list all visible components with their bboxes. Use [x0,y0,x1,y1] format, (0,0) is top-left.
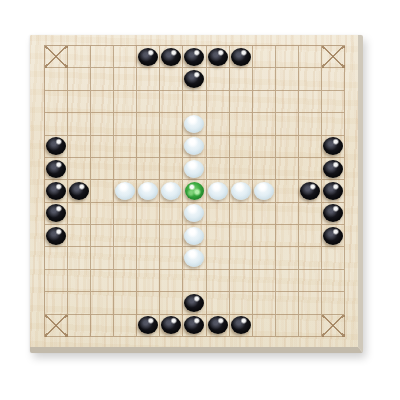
cell-l6[interactable] [299,158,322,180]
cell-b9[interactable] [68,225,91,247]
cell-h13[interactable] [207,315,230,337]
cell-f7[interactable] [160,180,183,202]
cell-a5[interactable] [45,136,68,158]
cell-l9[interactable] [299,225,322,247]
cell-b4[interactable] [68,113,91,135]
cell-a7[interactable] [45,180,68,202]
cell-f12[interactable] [160,292,183,314]
cell-k8[interactable] [276,203,299,225]
cell-j10[interactable] [253,247,276,269]
attacker-stone-black[interactable] [46,137,66,155]
cell-a12[interactable] [45,292,68,314]
cell-c2[interactable] [91,68,114,90]
cell-k11[interactable] [276,270,299,292]
attacker-stone-black[interactable] [208,316,228,334]
cell-e7[interactable] [137,180,160,202]
cell-d1[interactable] [114,46,137,68]
cell-a10[interactable] [45,247,68,269]
cell-c3[interactable] [91,91,114,113]
cell-m8[interactable] [322,203,345,225]
cell-b12[interactable] [68,292,91,314]
cell-j11[interactable] [253,270,276,292]
cell-k13[interactable] [276,315,299,337]
cell-b2[interactable] [68,68,91,90]
cell-d12[interactable] [114,292,137,314]
cell-a11[interactable] [45,270,68,292]
cell-m3[interactable] [322,91,345,113]
cell-d13[interactable] [114,315,137,337]
cell-e12[interactable] [137,292,160,314]
cell-i12[interactable] [230,292,253,314]
cell-h5[interactable] [207,136,230,158]
cell-j13[interactable] [253,315,276,337]
cell-d8[interactable] [114,203,137,225]
attacker-stone-black[interactable] [323,227,343,245]
defender-stone-white[interactable] [161,182,181,200]
defender-stone-white[interactable] [184,137,204,155]
cell-i11[interactable] [230,270,253,292]
cell-m12[interactable] [322,292,345,314]
cell-m2[interactable] [322,68,345,90]
cell-d11[interactable] [114,270,137,292]
cell-c5[interactable] [91,136,114,158]
cell-h8[interactable] [207,203,230,225]
cell-k2[interactable] [276,68,299,90]
defender-stone-white[interactable] [115,182,135,200]
cell-h9[interactable] [207,225,230,247]
defender-stone-white[interactable] [138,182,158,200]
cell-k6[interactable] [276,158,299,180]
cell-b3[interactable] [68,91,91,113]
attacker-stone-black[interactable] [323,160,343,178]
cell-b10[interactable] [68,247,91,269]
cell-l8[interactable] [299,203,322,225]
cell-e10[interactable] [137,247,160,269]
cell-h12[interactable] [207,292,230,314]
cell-f10[interactable] [160,247,183,269]
cell-i10[interactable] [230,247,253,269]
cell-g5[interactable] [183,136,206,158]
defender-stone-white[interactable] [184,249,204,267]
cell-i2[interactable] [230,68,253,90]
cell-l11[interactable] [299,270,322,292]
cell-a2[interactable] [45,68,68,90]
cell-m10[interactable] [322,247,345,269]
cell-f11[interactable] [160,270,183,292]
cell-e2[interactable] [137,68,160,90]
cell-j3[interactable] [253,91,276,113]
cell-k4[interactable] [276,113,299,135]
attacker-stone-black[interactable] [208,48,228,66]
attacker-stone-black[interactable] [46,160,66,178]
cell-j7[interactable] [253,180,276,202]
cell-j6[interactable] [253,158,276,180]
defender-stone-white[interactable] [254,182,274,200]
attacker-stone-black[interactable] [184,294,204,312]
cell-e13[interactable] [137,315,160,337]
corner-cell-m13[interactable] [322,315,345,337]
cell-d4[interactable] [114,113,137,135]
cell-i5[interactable] [230,136,253,158]
cell-i3[interactable] [230,91,253,113]
defender-stone-white[interactable] [184,227,204,245]
defender-stone-white[interactable] [184,160,204,178]
cell-j2[interactable] [253,68,276,90]
cell-e9[interactable] [137,225,160,247]
cell-d3[interactable] [114,91,137,113]
cell-k12[interactable] [276,292,299,314]
cell-i8[interactable] [230,203,253,225]
cell-h11[interactable] [207,270,230,292]
cell-g4[interactable] [183,113,206,135]
cell-c12[interactable] [91,292,114,314]
cell-e3[interactable] [137,91,160,113]
cell-l4[interactable] [299,113,322,135]
cell-d9[interactable] [114,225,137,247]
cell-b1[interactable] [68,46,91,68]
cell-m7[interactable] [322,180,345,202]
cell-k1[interactable] [276,46,299,68]
cell-g2[interactable] [183,68,206,90]
cell-l13[interactable] [299,315,322,337]
cell-g11[interactable] [183,270,206,292]
cell-l5[interactable] [299,136,322,158]
cell-f3[interactable] [160,91,183,113]
cell-i7[interactable] [230,180,253,202]
cell-d5[interactable] [114,136,137,158]
cell-k5[interactable] [276,136,299,158]
cell-f4[interactable] [160,113,183,135]
cell-h2[interactable] [207,68,230,90]
cell-e1[interactable] [137,46,160,68]
cell-a6[interactable] [45,158,68,180]
cell-f5[interactable] [160,136,183,158]
cell-k10[interactable] [276,247,299,269]
cell-e4[interactable] [137,113,160,135]
cell-l2[interactable] [299,68,322,90]
cell-g12[interactable] [183,292,206,314]
cell-e6[interactable] [137,158,160,180]
attacker-stone-black[interactable] [161,48,181,66]
cell-i9[interactable] [230,225,253,247]
cell-j4[interactable] [253,113,276,135]
defender-stone-white[interactable] [208,182,228,200]
cell-c13[interactable] [91,315,114,337]
cell-k7[interactable] [276,180,299,202]
corner-cell-m1[interactable] [322,46,345,68]
attacker-stone-black[interactable] [69,182,89,200]
cell-e8[interactable] [137,203,160,225]
cell-a4[interactable] [45,113,68,135]
cell-b13[interactable] [68,315,91,337]
attacker-stone-black[interactable] [138,316,158,334]
attacker-stone-black[interactable] [46,227,66,245]
cell-c11[interactable] [91,270,114,292]
cell-f8[interactable] [160,203,183,225]
attacker-stone-black[interactable] [46,204,66,222]
attacker-stone-black[interactable] [231,316,251,334]
cell-c8[interactable] [91,203,114,225]
cell-k9[interactable] [276,225,299,247]
attacker-stone-black[interactable] [323,137,343,155]
attacker-stone-black[interactable] [161,316,181,334]
cell-c4[interactable] [91,113,114,135]
cell-b7[interactable] [68,180,91,202]
board-grid [44,45,345,337]
cell-g1[interactable] [183,46,206,68]
cell-g8[interactable] [183,203,206,225]
cell-c9[interactable] [91,225,114,247]
cell-b5[interactable] [68,136,91,158]
cell-g9[interactable] [183,225,206,247]
cell-h3[interactable] [207,91,230,113]
cell-j5[interactable] [253,136,276,158]
attacker-stone-black[interactable] [46,182,66,200]
attacker-stone-black[interactable] [323,182,343,200]
defender-stone-white[interactable] [231,182,251,200]
cell-e11[interactable] [137,270,160,292]
cell-i4[interactable] [230,113,253,135]
cell-l7[interactable] [299,180,322,202]
cell-f1[interactable] [160,46,183,68]
cell-h4[interactable] [207,113,230,135]
cell-a9[interactable] [45,225,68,247]
cell-b8[interactable] [68,203,91,225]
attacker-stone-black[interactable] [323,204,343,222]
cell-g10[interactable] [183,247,206,269]
cell-g6[interactable] [183,158,206,180]
cell-j8[interactable] [253,203,276,225]
cell-j12[interactable] [253,292,276,314]
attacker-stone-black[interactable] [184,316,204,334]
cell-a8[interactable] [45,203,68,225]
cell-e5[interactable] [137,136,160,158]
cell-i1[interactable] [230,46,253,68]
attacker-stone-black[interactable] [300,182,320,200]
cell-c7[interactable] [91,180,114,202]
attacker-stone-black[interactable] [138,48,158,66]
cell-m5[interactable] [322,136,345,158]
corner-cell-a1[interactable] [45,46,68,68]
cell-f2[interactable] [160,68,183,90]
cell-l1[interactable] [299,46,322,68]
hnefatafl-board [30,35,363,353]
king-marble-green[interactable] [185,182,204,200]
cell-l12[interactable] [299,292,322,314]
cell-c1[interactable] [91,46,114,68]
cell-h1[interactable] [207,46,230,68]
cell-b11[interactable] [68,270,91,292]
defender-stone-white[interactable] [184,115,204,133]
cell-d6[interactable] [114,158,137,180]
cell-a3[interactable] [45,91,68,113]
cell-d10[interactable] [114,247,137,269]
cell-m6[interactable] [322,158,345,180]
cell-d2[interactable] [114,68,137,90]
cell-h7[interactable] [207,180,230,202]
cell-j9[interactable] [253,225,276,247]
cell-l3[interactable] [299,91,322,113]
cell-g13[interactable] [183,315,206,337]
cell-i6[interactable] [230,158,253,180]
cell-g7[interactable] [183,180,206,202]
attacker-stone-black[interactable] [184,70,204,88]
cell-l10[interactable] [299,247,322,269]
attacker-stone-black[interactable] [231,48,251,66]
cell-f6[interactable] [160,158,183,180]
cell-g3[interactable] [183,91,206,113]
cell-h6[interactable] [207,158,230,180]
cell-i13[interactable] [230,315,253,337]
board-photo [0,0,400,400]
attacker-stone-black[interactable] [184,48,204,66]
cell-k3[interactable] [276,91,299,113]
cell-f13[interactable] [160,315,183,337]
cell-f9[interactable] [160,225,183,247]
cell-m11[interactable] [322,270,345,292]
cell-m9[interactable] [322,225,345,247]
cell-d7[interactable] [114,180,137,202]
cell-m4[interactable] [322,113,345,135]
cell-h10[interactable] [207,247,230,269]
corner-cell-a13[interactable] [45,315,68,337]
cell-c6[interactable] [91,158,114,180]
cell-j1[interactable] [253,46,276,68]
defender-stone-white[interactable] [184,204,204,222]
cell-b6[interactable] [68,158,91,180]
cell-c10[interactable] [91,247,114,269]
